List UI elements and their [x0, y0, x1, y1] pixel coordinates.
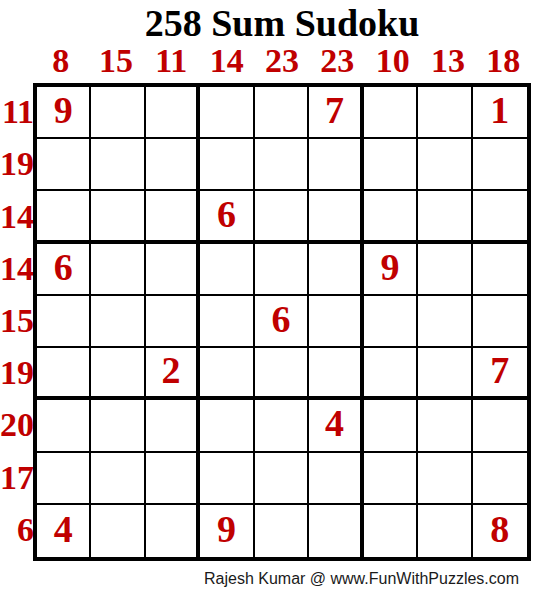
cell-r5c7[interactable] — [364, 296, 418, 348]
row-sum-1: 11 — [0, 87, 37, 139]
cell-r3c4[interactable]: 6 — [200, 191, 254, 243]
cell-r9c1[interactable]: 4 — [37, 505, 91, 557]
cell-r8c2[interactable] — [91, 453, 145, 505]
cell-r7c4[interactable] — [200, 400, 254, 452]
cell-r7c2[interactable] — [91, 400, 145, 452]
cell-r8c4[interactable] — [200, 453, 254, 505]
cell-r6c9[interactable]: 7 — [473, 348, 527, 400]
cell-r3c2[interactable] — [91, 191, 145, 243]
cell-r2c2[interactable] — [91, 139, 145, 191]
col-sum-4: 14 — [199, 45, 254, 77]
cell-r6c8[interactable] — [418, 348, 472, 400]
cell-r9c8[interactable] — [418, 505, 472, 557]
col-sum-6: 23 — [310, 45, 365, 77]
cell-r1c2[interactable] — [91, 87, 145, 139]
cell-r9c6[interactable] — [309, 505, 363, 557]
cell-r4c1[interactable]: 6 — [37, 244, 91, 296]
cell-r7c1[interactable] — [37, 400, 91, 452]
cell-r5c5[interactable]: 6 — [255, 296, 309, 348]
cell-r1c1[interactable]: 9 — [37, 87, 91, 139]
credit-text: Rajesh Kumar @ www.FunWithPuzzles.com — [33, 570, 531, 588]
col-sum-2: 15 — [88, 45, 143, 77]
cell-r9c5[interactable] — [255, 505, 309, 557]
cell-r8c7[interactable] — [364, 453, 418, 505]
column-sums-row: 81511142323101318 — [33, 45, 531, 77]
cell-r5c9[interactable] — [473, 296, 527, 348]
cell-r7c8[interactable] — [418, 400, 472, 452]
board-area: 11191414151920176 9716696274498 — [0, 83, 533, 561]
cell-r6c1[interactable] — [37, 348, 91, 400]
cell-r3c7[interactable] — [364, 191, 418, 243]
cell-r7c9[interactable] — [473, 400, 527, 452]
cell-r2c8[interactable] — [418, 139, 472, 191]
cell-r3c5[interactable] — [255, 191, 309, 243]
cell-r1c5[interactable] — [255, 87, 309, 139]
cell-r4c9[interactable] — [473, 244, 527, 296]
cell-r3c3[interactable] — [146, 191, 200, 243]
cell-r7c7[interactable] — [364, 400, 418, 452]
cell-r4c2[interactable] — [91, 244, 145, 296]
cell-r3c1[interactable] — [37, 191, 91, 243]
cell-r5c8[interactable] — [418, 296, 472, 348]
cell-r2c4[interactable] — [200, 139, 254, 191]
cell-r4c7[interactable]: 9 — [364, 244, 418, 296]
cell-r1c8[interactable] — [418, 87, 472, 139]
cell-r1c6[interactable]: 7 — [309, 87, 363, 139]
row-sum-3: 14 — [0, 191, 37, 243]
row-sum-9: 6 — [0, 505, 37, 557]
cell-r8c9[interactable] — [473, 453, 527, 505]
cell-r2c3[interactable] — [146, 139, 200, 191]
cell-r2c5[interactable] — [255, 139, 309, 191]
cell-r1c3[interactable] — [146, 87, 200, 139]
row-sums-column: 11191414151920176 — [0, 83, 33, 561]
col-sum-5: 23 — [254, 45, 309, 77]
puzzle-title: 258 Sum Sudoku — [33, 3, 531, 43]
cell-r6c5[interactable] — [255, 348, 309, 400]
cell-r9c2[interactable] — [91, 505, 145, 557]
cell-r3c8[interactable] — [418, 191, 472, 243]
cell-r2c6[interactable] — [309, 139, 363, 191]
cell-r5c2[interactable] — [91, 296, 145, 348]
cell-r5c1[interactable] — [37, 296, 91, 348]
cell-r1c7[interactable] — [364, 87, 418, 139]
col-sum-8: 13 — [420, 45, 475, 77]
cell-r6c6[interactable] — [309, 348, 363, 400]
cell-r2c1[interactable] — [37, 139, 91, 191]
cell-r8c6[interactable] — [309, 453, 363, 505]
cell-r4c8[interactable] — [418, 244, 472, 296]
cell-r2c9[interactable] — [473, 139, 527, 191]
row-sum-6: 19 — [0, 348, 37, 400]
cell-r9c9[interactable]: 8 — [473, 505, 527, 557]
cell-r3c6[interactable] — [309, 191, 363, 243]
cell-r5c3[interactable] — [146, 296, 200, 348]
cell-r8c1[interactable] — [37, 453, 91, 505]
row-sum-5: 15 — [0, 296, 37, 348]
cell-r4c6[interactable] — [309, 244, 363, 296]
col-sum-7: 10 — [365, 45, 420, 77]
cell-r8c8[interactable] — [418, 453, 472, 505]
cell-r9c3[interactable] — [146, 505, 200, 557]
row-sum-4: 14 — [0, 244, 37, 296]
cell-r1c9[interactable]: 1 — [473, 87, 527, 139]
cell-r9c7[interactable] — [364, 505, 418, 557]
cell-r2c7[interactable] — [364, 139, 418, 191]
cell-r8c5[interactable] — [255, 453, 309, 505]
cell-r6c4[interactable] — [200, 348, 254, 400]
col-sum-3: 11 — [144, 45, 199, 77]
row-sum-7: 20 — [0, 400, 37, 452]
cell-r6c3[interactable]: 2 — [146, 348, 200, 400]
cell-r6c7[interactable] — [364, 348, 418, 400]
cell-r7c3[interactable] — [146, 400, 200, 452]
cell-r4c3[interactable] — [146, 244, 200, 296]
row-sum-8: 17 — [0, 453, 37, 505]
cell-r9c4[interactable]: 9 — [200, 505, 254, 557]
cell-r8c3[interactable] — [146, 453, 200, 505]
sudoku-board: 9716696274498 — [33, 83, 531, 561]
cell-r5c6[interactable] — [309, 296, 363, 348]
cell-r7c5[interactable] — [255, 400, 309, 452]
puzzle-page: 258 Sum Sudoku 81511142323101318 1119141… — [0, 0, 533, 596]
col-sum-1: 8 — [33, 45, 88, 77]
cell-r4c4[interactable] — [200, 244, 254, 296]
cell-r7c6[interactable]: 4 — [309, 400, 363, 452]
col-sum-9: 18 — [476, 45, 531, 77]
cell-r3c9[interactable] — [473, 191, 527, 243]
cell-r4c5[interactable] — [255, 244, 309, 296]
cell-r6c2[interactable] — [91, 348, 145, 400]
cell-r1c4[interactable] — [200, 87, 254, 139]
cell-r5c4[interactable] — [200, 296, 254, 348]
row-sum-2: 19 — [0, 139, 37, 191]
